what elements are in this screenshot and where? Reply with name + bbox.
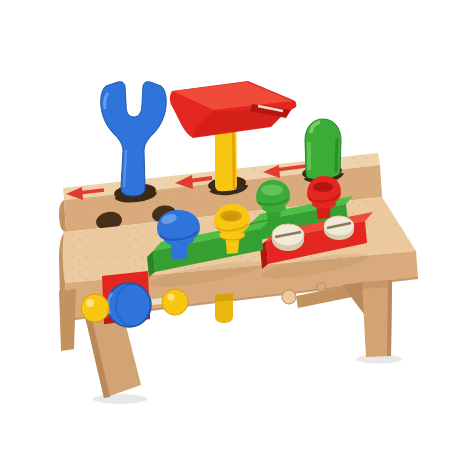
vise-ball-left-highlight	[86, 299, 94, 307]
white-screw-left	[272, 224, 304, 251]
screwdriver-handle-shade	[336, 138, 337, 172]
white-screw-right	[324, 216, 354, 240]
under-peg-knob	[282, 290, 296, 304]
red-peg-recess	[313, 182, 333, 192]
green-peg-cap-highlight	[261, 185, 283, 196]
toy-workbench-photo	[0, 0, 470, 470]
vise-ball-right	[162, 289, 188, 315]
yellow-peg-recess-inner	[224, 214, 239, 221]
left-leg-ground-shadow	[93, 394, 147, 404]
vise-ball-left	[81, 294, 109, 322]
screwdriver-handle	[305, 119, 342, 185]
leg-rear-left	[59, 289, 76, 351]
under-peg-small	[317, 283, 326, 292]
vise-ball-right-highlight	[168, 294, 175, 301]
workbench-scene	[0, 0, 470, 470]
